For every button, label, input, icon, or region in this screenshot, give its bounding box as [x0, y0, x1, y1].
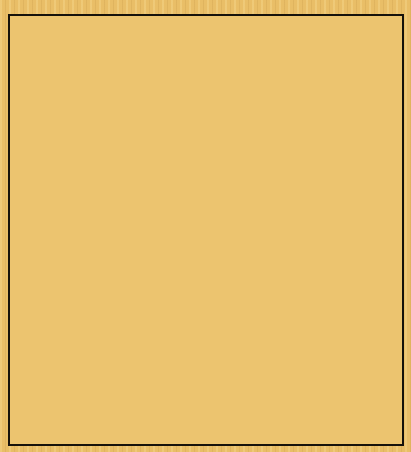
- shogi-board: [8, 14, 404, 446]
- file-coordinates: [8, 0, 404, 14]
- rank-coordinates: [404, 14, 411, 446]
- shogi-app: [0, 0, 411, 452]
